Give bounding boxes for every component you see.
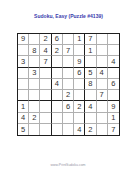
cell-r2c6: [74, 45, 85, 56]
cell-r6c9: [108, 90, 119, 101]
cell-r3c1: 3: [18, 56, 29, 67]
cell-r3c9: 4: [108, 56, 119, 67]
cell-r2c4: 2: [52, 45, 63, 56]
cell-r2c8: [97, 45, 108, 56]
sudoku-grid: 92617842713794365448627162494215427: [17, 33, 120, 136]
cell-r1c5: [63, 34, 74, 45]
cell-r9c3: [40, 124, 51, 135]
cell-r6c5: 2: [63, 90, 74, 101]
cell-r9c6: 4: [74, 124, 85, 135]
cell-r4c7: 5: [85, 68, 96, 79]
cell-r1c3: 2: [40, 34, 51, 45]
cell-r5c5: [63, 79, 74, 90]
cell-r6c6: [74, 90, 85, 101]
cell-r4c2: 3: [29, 68, 40, 79]
cell-r4c8: 4: [97, 68, 108, 79]
cell-r9c4: [52, 124, 63, 135]
cell-r1c7: 7: [85, 34, 96, 45]
cell-r2c2: 8: [29, 45, 40, 56]
cell-r8c2: 2: [29, 113, 40, 124]
cell-r2c5: 7: [63, 45, 74, 56]
cell-r1c4: 6: [52, 34, 63, 45]
cell-r5c4: 4: [52, 79, 63, 90]
cell-r4c9: [108, 68, 119, 79]
cell-r7c3: [40, 101, 51, 112]
cell-r5c6: [74, 79, 85, 90]
cell-r5c7: 8: [85, 79, 96, 90]
cell-r2c3: 4: [40, 45, 51, 56]
cell-r6c2: [29, 90, 40, 101]
cell-r6c1: [18, 90, 29, 101]
cell-r8c4: [52, 113, 63, 124]
cell-r7c1: 1: [18, 101, 29, 112]
cell-r5c8: [97, 79, 108, 90]
cell-r1c9: [108, 34, 119, 45]
cell-r9c5: [63, 124, 74, 135]
cell-r5c9: 6: [108, 79, 119, 90]
cell-r9c1: 5: [18, 124, 29, 135]
cell-r9c9: 7: [108, 124, 119, 135]
cell-r4c4: [52, 68, 63, 79]
cell-r8c6: [74, 113, 85, 124]
cell-r5c1: [18, 79, 29, 90]
cell-r7c2: [29, 101, 40, 112]
cell-r1c2: [29, 34, 40, 45]
cell-r4c3: [40, 68, 51, 79]
footer-url: www.PrintSudoku.com: [0, 163, 136, 167]
cell-r8c9: 1: [108, 113, 119, 124]
cell-r7c4: [52, 101, 63, 112]
cell-r4c6: 6: [74, 68, 85, 79]
cell-r8c3: [40, 113, 51, 124]
cell-r9c8: [97, 124, 108, 135]
cell-r5c2: [29, 79, 40, 90]
cell-r8c5: [63, 113, 74, 124]
cell-r9c2: [29, 124, 40, 135]
cell-r3c8: [97, 56, 108, 67]
cell-r7c7: 4: [85, 101, 96, 112]
cell-r7c9: 9: [108, 101, 119, 112]
cell-r8c1: 4: [18, 113, 29, 124]
cell-r3c3: 7: [40, 56, 51, 67]
cell-r1c1: 9: [18, 34, 29, 45]
cell-r2c7: 1: [85, 45, 96, 56]
cell-r6c7: [85, 90, 96, 101]
cell-r9c7: 2: [85, 124, 96, 135]
cell-r6c4: [52, 90, 63, 101]
cell-r7c8: [97, 101, 108, 112]
cell-r1c8: [97, 34, 108, 45]
puzzle-title: Sudoku, Easy (Puzzle #4139): [0, 13, 136, 20]
cell-r8c7: [85, 113, 96, 124]
cell-r3c4: [52, 56, 63, 67]
cell-r5c3: [40, 79, 51, 90]
cell-r7c5: 6: [63, 101, 74, 112]
cell-r6c8: 7: [97, 90, 108, 101]
cell-r4c5: [63, 68, 74, 79]
cell-r3c6: 9: [74, 56, 85, 67]
cell-r3c5: [63, 56, 74, 67]
cell-r3c7: [85, 56, 96, 67]
cell-r7c6: 2: [74, 101, 85, 112]
cell-r2c1: [18, 45, 29, 56]
cell-r1c6: 1: [74, 34, 85, 45]
cell-r3c2: [29, 56, 40, 67]
cell-r4c1: [18, 68, 29, 79]
cell-r2c9: [108, 45, 119, 56]
cell-r8c8: [97, 113, 108, 124]
cell-r6c3: [40, 90, 51, 101]
